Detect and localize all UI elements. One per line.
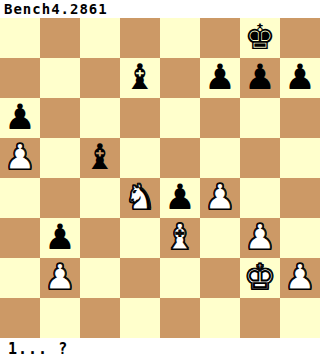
square-b4[interactable] xyxy=(40,178,80,218)
square-g3[interactable]: ♟ xyxy=(240,218,280,258)
square-g6[interactable] xyxy=(240,98,280,138)
square-a6[interactable]: ♟ xyxy=(0,98,40,138)
square-a2[interactable] xyxy=(0,258,40,298)
square-a5[interactable]: ♟ xyxy=(0,138,40,178)
square-e2[interactable] xyxy=(160,258,200,298)
piece-black-bishop[interactable]: ♝ xyxy=(84,140,115,175)
piece-black-pawn[interactable]: ♟ xyxy=(244,60,275,95)
piece-white-pawn[interactable]: ♟ xyxy=(204,180,235,215)
square-a4[interactable] xyxy=(0,178,40,218)
piece-white-knight[interactable]: ♞ xyxy=(124,180,155,215)
square-h8[interactable] xyxy=(280,18,320,58)
square-c2[interactable] xyxy=(80,258,120,298)
square-g4[interactable] xyxy=(240,178,280,218)
chess-app-window: Bench4.2861 ♚♝♟♟♟♟♟♝♞♟♟♟♝♟♟♚♟ 1... ? xyxy=(0,0,320,360)
piece-white-pawn[interactable]: ♟ xyxy=(44,260,75,295)
piece-white-pawn[interactable]: ♟ xyxy=(4,140,35,175)
square-f2[interactable] xyxy=(200,258,240,298)
square-b2[interactable]: ♟ xyxy=(40,258,80,298)
move-prompt: 1... ? xyxy=(0,338,320,360)
square-d2[interactable] xyxy=(120,258,160,298)
square-h1[interactable] xyxy=(280,298,320,338)
piece-white-pawn[interactable]: ♟ xyxy=(244,220,275,255)
square-b6[interactable] xyxy=(40,98,80,138)
square-h7[interactable]: ♟ xyxy=(280,58,320,98)
square-h5[interactable] xyxy=(280,138,320,178)
square-h6[interactable] xyxy=(280,98,320,138)
position-title: Bench4.2861 xyxy=(0,0,320,18)
piece-black-bishop[interactable]: ♝ xyxy=(124,60,155,95)
square-f1[interactable] xyxy=(200,298,240,338)
square-d4[interactable]: ♞ xyxy=(120,178,160,218)
square-e8[interactable] xyxy=(160,18,200,58)
square-a3[interactable] xyxy=(0,218,40,258)
square-d5[interactable] xyxy=(120,138,160,178)
square-f3[interactable] xyxy=(200,218,240,258)
square-c7[interactable] xyxy=(80,58,120,98)
square-c8[interactable] xyxy=(80,18,120,58)
square-e3[interactable]: ♝ xyxy=(160,218,200,258)
square-d6[interactable] xyxy=(120,98,160,138)
square-b1[interactable] xyxy=(40,298,80,338)
square-f7[interactable]: ♟ xyxy=(200,58,240,98)
square-a7[interactable] xyxy=(0,58,40,98)
square-b5[interactable] xyxy=(40,138,80,178)
square-c6[interactable] xyxy=(80,98,120,138)
piece-white-bishop[interactable]: ♝ xyxy=(164,220,195,255)
square-c5[interactable]: ♝ xyxy=(80,138,120,178)
square-e4[interactable]: ♟ xyxy=(160,178,200,218)
square-a8[interactable] xyxy=(0,18,40,58)
square-g8[interactable]: ♚ xyxy=(240,18,280,58)
square-d7[interactable]: ♝ xyxy=(120,58,160,98)
square-f5[interactable] xyxy=(200,138,240,178)
square-c4[interactable] xyxy=(80,178,120,218)
square-h4[interactable] xyxy=(280,178,320,218)
square-g7[interactable]: ♟ xyxy=(240,58,280,98)
square-h2[interactable]: ♟ xyxy=(280,258,320,298)
square-d3[interactable] xyxy=(120,218,160,258)
square-d1[interactable] xyxy=(120,298,160,338)
square-e5[interactable] xyxy=(160,138,200,178)
square-b8[interactable] xyxy=(40,18,80,58)
piece-white-king[interactable]: ♚ xyxy=(244,260,275,295)
square-c3[interactable] xyxy=(80,218,120,258)
square-g1[interactable] xyxy=(240,298,280,338)
square-h3[interactable] xyxy=(280,218,320,258)
square-f8[interactable] xyxy=(200,18,240,58)
square-e1[interactable] xyxy=(160,298,200,338)
square-g5[interactable] xyxy=(240,138,280,178)
piece-black-pawn[interactable]: ♟ xyxy=(284,60,315,95)
piece-white-pawn[interactable]: ♟ xyxy=(284,260,315,295)
square-b3[interactable]: ♟ xyxy=(40,218,80,258)
square-f6[interactable] xyxy=(200,98,240,138)
square-e7[interactable] xyxy=(160,58,200,98)
square-d8[interactable] xyxy=(120,18,160,58)
piece-black-king[interactable]: ♚ xyxy=(244,20,275,55)
square-f4[interactable]: ♟ xyxy=(200,178,240,218)
chess-board: ♚♝♟♟♟♟♟♝♞♟♟♟♝♟♟♚♟ xyxy=(0,18,320,338)
square-g2[interactable]: ♚ xyxy=(240,258,280,298)
square-e6[interactable] xyxy=(160,98,200,138)
piece-black-pawn[interactable]: ♟ xyxy=(164,180,195,215)
piece-black-pawn[interactable]: ♟ xyxy=(44,220,75,255)
piece-black-pawn[interactable]: ♟ xyxy=(4,100,35,135)
piece-black-pawn[interactable]: ♟ xyxy=(204,60,235,95)
square-c1[interactable] xyxy=(80,298,120,338)
square-a1[interactable] xyxy=(0,298,40,338)
square-b7[interactable] xyxy=(40,58,80,98)
